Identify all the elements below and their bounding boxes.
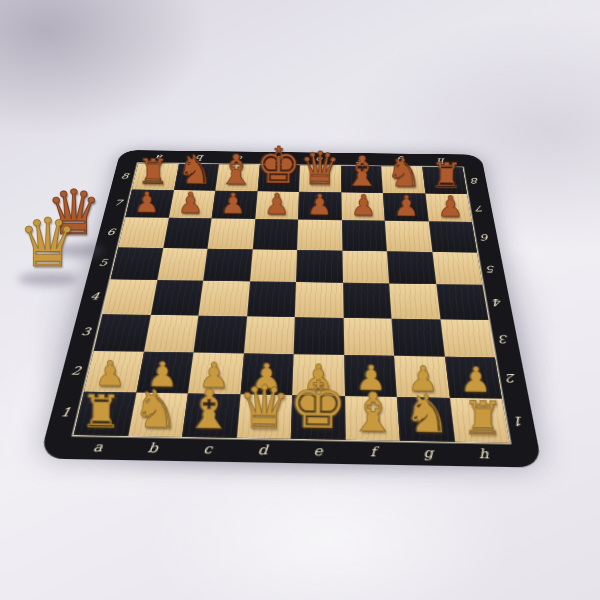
square-g1[interactable]: ♞ bbox=[397, 397, 455, 442]
square-c6[interactable] bbox=[208, 218, 255, 249]
square-g7[interactable]: ♟ bbox=[383, 193, 428, 222]
square-h7[interactable]: ♟ bbox=[425, 193, 472, 222]
square-e6[interactable] bbox=[297, 220, 342, 251]
piece-light-rook-a1[interactable]: ♜ bbox=[81, 389, 122, 435]
square-g4[interactable] bbox=[389, 283, 440, 319]
vinyl-board-mat: ♜♞♝♚♛♝♞♜♟♟♟♟♟♟♟♟♟♟♟♟♟♟♟♟♜♞♝♛♚♝♞♜ abcdefg… bbox=[39, 150, 542, 468]
file-label-top-a: a bbox=[138, 151, 180, 163]
piece-light-rook-h1[interactable]: ♜ bbox=[461, 395, 503, 442]
piece-light-queen-d1[interactable]: ♛ bbox=[237, 377, 291, 438]
file-label-bottom-g: g bbox=[400, 442, 457, 464]
piece-dark-pawn-d7[interactable]: ♟ bbox=[264, 190, 290, 219]
rank-label-right-8: 8 bbox=[463, 167, 487, 194]
square-g6[interactable] bbox=[385, 221, 432, 252]
square-c1[interactable]: ♝ bbox=[182, 393, 240, 438]
square-d7[interactable]: ♟ bbox=[255, 191, 299, 220]
piece-light-extra-queen[interactable]: ♛ bbox=[18, 210, 78, 277]
square-d6[interactable] bbox=[252, 219, 298, 250]
file-label-top-d: d bbox=[259, 153, 300, 165]
square-f3[interactable] bbox=[343, 317, 394, 355]
square-g3[interactable] bbox=[391, 318, 444, 356]
square-f5[interactable] bbox=[342, 250, 389, 283]
rank-label-right-6: 6 bbox=[473, 222, 499, 253]
photo-scene: ♜♞♝♚♛♝♞♜♟♟♟♟♟♟♟♟♟♟♟♟♟♟♟♟♜♞♝♛♚♝♞♜ abcdefg… bbox=[0, 0, 600, 600]
file-label-top-h: h bbox=[420, 155, 462, 167]
file-label-bottom-a: a bbox=[68, 436, 127, 458]
piece-light-bishop-f1[interactable]: ♝ bbox=[348, 385, 397, 440]
piece-dark-queen-e8[interactable]: ♛ bbox=[299, 145, 341, 191]
square-f4[interactable] bbox=[343, 283, 392, 319]
square-e5[interactable] bbox=[296, 250, 343, 283]
square-f6[interactable] bbox=[341, 220, 386, 251]
file-label-top-b: b bbox=[179, 152, 221, 164]
square-b3[interactable] bbox=[143, 314, 198, 352]
square-d1[interactable]: ♛ bbox=[236, 394, 292, 439]
file-label-bottom-h: h bbox=[455, 443, 513, 465]
square-e3[interactable] bbox=[294, 317, 344, 355]
chess-board-3d-wrapper: ♜♞♝♚♛♝♞♜♟♟♟♟♟♟♟♟♟♟♟♟♟♟♟♟♜♞♝♛♚♝♞♜ abcdefg… bbox=[39, 150, 542, 468]
square-c5[interactable] bbox=[203, 248, 252, 281]
piece-dark-king-d8[interactable]: ♚ bbox=[256, 140, 302, 191]
file-label-top-e: e bbox=[300, 153, 341, 165]
square-b5[interactable] bbox=[157, 248, 208, 281]
square-f7[interactable]: ♟ bbox=[341, 192, 385, 221]
piece-dark-pawn-e7[interactable]: ♟ bbox=[307, 190, 333, 219]
square-c3[interactable] bbox=[193, 315, 246, 353]
piece-dark-pawn-f7[interactable]: ♟ bbox=[350, 191, 376, 220]
square-c4[interactable] bbox=[198, 281, 249, 316]
square-a5[interactable] bbox=[111, 247, 163, 280]
piece-light-bishop-c1[interactable]: ♝ bbox=[185, 382, 234, 437]
file-label-bottom-f: f bbox=[345, 441, 401, 463]
square-h5[interactable] bbox=[432, 252, 483, 285]
square-h4[interactable] bbox=[436, 284, 489, 320]
file-label-bottom-d: d bbox=[234, 439, 290, 461]
rank-label-right-5: 5 bbox=[478, 252, 505, 285]
square-d3[interactable] bbox=[243, 316, 294, 354]
square-g5[interactable] bbox=[387, 251, 436, 284]
square-b7[interactable]: ♟ bbox=[168, 190, 215, 219]
piece-light-knight-g1[interactable]: ♞ bbox=[403, 387, 451, 441]
square-a6[interactable] bbox=[118, 217, 168, 248]
square-f1[interactable]: ♝ bbox=[344, 396, 399, 441]
square-a4[interactable] bbox=[102, 279, 156, 314]
file-label-top-f: f bbox=[340, 154, 381, 166]
square-h1[interactable]: ♜ bbox=[449, 397, 509, 442]
file-label-top-g: g bbox=[380, 154, 421, 166]
square-e7[interactable]: ♟ bbox=[298, 192, 341, 221]
square-h6[interactable] bbox=[428, 221, 477, 252]
square-a7[interactable]: ♟ bbox=[125, 189, 173, 218]
rank-label-right-7: 7 bbox=[468, 194, 493, 223]
file-label-bottom-e: e bbox=[290, 440, 346, 462]
piece-light-king-e1[interactable]: ♚ bbox=[289, 372, 349, 439]
piece-dark-pawn-b7[interactable]: ♟ bbox=[177, 189, 203, 218]
piece-dark-pawn-c7[interactable]: ♟ bbox=[220, 189, 246, 218]
square-b1[interactable]: ♞ bbox=[128, 392, 188, 437]
file-label-bottom-b: b bbox=[124, 437, 182, 459]
file-label-top-c: c bbox=[219, 152, 260, 164]
square-e1[interactable]: ♚ bbox=[291, 395, 346, 440]
piece-dark-pawn-h7[interactable]: ♟ bbox=[437, 192, 463, 221]
piece-light-knight-b1[interactable]: ♞ bbox=[132, 383, 180, 436]
square-a3[interactable] bbox=[94, 314, 151, 352]
file-label-bottom-c: c bbox=[179, 438, 236, 460]
square-d4[interactable] bbox=[247, 281, 296, 316]
square-c7[interactable]: ♟ bbox=[212, 190, 258, 219]
piece-dark-pawn-g7[interactable]: ♟ bbox=[394, 192, 420, 221]
square-h3[interactable] bbox=[440, 319, 495, 357]
square-a1[interactable]: ♜ bbox=[74, 391, 136, 436]
square-b4[interactable] bbox=[150, 280, 203, 315]
square-b6[interactable] bbox=[163, 218, 212, 249]
square-d5[interactable] bbox=[250, 249, 298, 282]
square-e4[interactable] bbox=[295, 282, 343, 317]
play-area: ♜♞♝♚♛♝♞♜♟♟♟♟♟♟♟♟♟♟♟♟♟♟♟♟♜♞♝♛♚♝♞♜ bbox=[74, 163, 510, 443]
piece-dark-pawn-a7[interactable]: ♟ bbox=[134, 188, 160, 217]
